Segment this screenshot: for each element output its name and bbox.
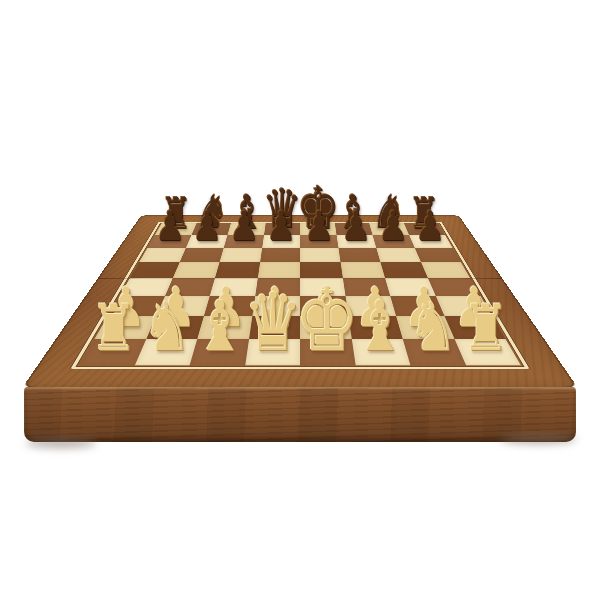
black-pawn[interactable]: ♟ — [266, 206, 296, 247]
floor-shadow-left — [26, 438, 96, 448]
white-bishop[interactable]: ♝ — [354, 292, 405, 361]
white-knight[interactable]: ♞ — [408, 294, 457, 361]
white-rook[interactable]: ♜ — [463, 297, 510, 361]
black-pawn[interactable]: ♟ — [229, 206, 259, 247]
black-pawn[interactable]: ♟ — [378, 206, 408, 247]
white-bishop[interactable]: ♝ — [195, 292, 246, 361]
white-knight[interactable]: ♞ — [142, 294, 191, 361]
black-pawn[interactable]: ♟ — [415, 206, 445, 247]
white-rook[interactable]: ♜ — [90, 297, 137, 361]
product-photo-canvas: ♜♞♝♛♚♝♞♜♟♟♟♟♟♟♟♟♟♟♟♟♟♟♟♟♜♞♝♛♚♝♞♜ — [0, 0, 600, 600]
black-pawn[interactable]: ♟ — [341, 206, 371, 247]
black-pawn[interactable]: ♟ — [304, 206, 334, 247]
black-pawn[interactable]: ♟ — [192, 206, 222, 247]
floor-shadow-right — [500, 434, 576, 444]
box-front-face — [24, 387, 576, 442]
white-king[interactable]: ♚ — [295, 277, 359, 364]
black-pawn[interactable]: ♟ — [155, 206, 185, 247]
